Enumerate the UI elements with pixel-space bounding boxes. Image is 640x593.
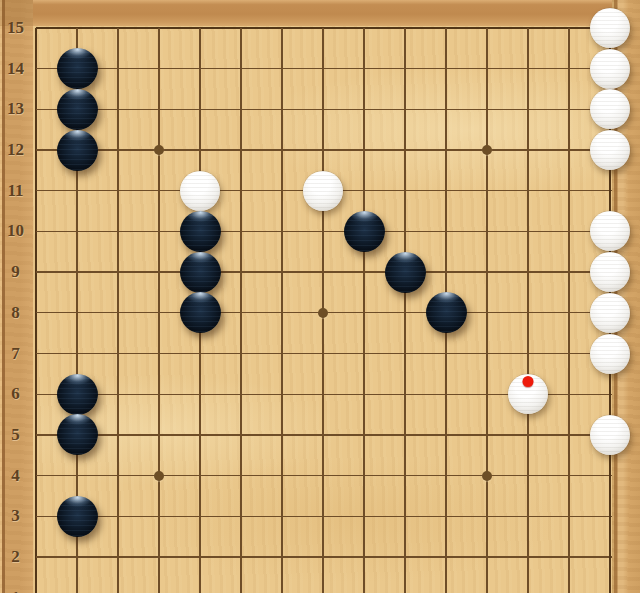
black-stone — [57, 130, 98, 171]
grid-horizontal-line — [36, 353, 612, 354]
row-label-7: 7 — [0, 344, 31, 364]
grid-horizontal-line — [36, 556, 612, 557]
row-label-6: 6 — [0, 384, 31, 404]
black-stone — [57, 374, 98, 415]
black-stone — [57, 89, 98, 130]
grid-vertical-line — [527, 28, 528, 593]
black-stone — [180, 292, 221, 333]
white-stone — [590, 130, 630, 170]
row-label-1: 1 — [0, 588, 31, 593]
black-stone — [57, 48, 98, 89]
grid-vertical-line — [281, 28, 282, 593]
white-stone — [590, 252, 630, 292]
grid-vertical-line — [35, 28, 38, 593]
grid-horizontal-line — [36, 434, 612, 435]
white-stone — [180, 171, 220, 211]
grid-vertical-line — [363, 28, 364, 593]
grid-vertical-line — [117, 28, 118, 593]
black-stone — [426, 292, 467, 333]
black-stone — [57, 496, 98, 537]
black-stone — [180, 252, 221, 293]
row-label-2: 2 — [0, 547, 31, 567]
white-stone — [590, 8, 630, 48]
star-point — [482, 145, 492, 155]
row-label-9: 9 — [0, 262, 31, 282]
grid-horizontal-line — [36, 149, 612, 150]
row-label-8: 8 — [0, 303, 31, 323]
black-stone — [344, 211, 385, 252]
row-label-4: 4 — [0, 466, 31, 486]
white-stone — [508, 374, 548, 414]
row-label-11: 11 — [0, 181, 31, 201]
white-stone — [590, 415, 630, 455]
grid-vertical-line — [404, 28, 405, 593]
white-stone — [303, 171, 343, 211]
grid-horizontal-line — [36, 271, 612, 272]
star-point — [154, 145, 164, 155]
grid-horizontal-line — [36, 231, 612, 232]
coordinate-strip — [0, 0, 33, 593]
grid-horizontal-line — [36, 516, 612, 517]
white-stone — [590, 293, 630, 333]
black-stone — [57, 414, 98, 455]
grid-horizontal-line — [36, 27, 612, 30]
star-point — [318, 308, 328, 318]
star-point — [482, 471, 492, 481]
white-stone — [590, 334, 630, 374]
row-label-12: 12 — [0, 140, 31, 160]
row-label-3: 3 — [0, 506, 31, 526]
row-label-5: 5 — [0, 425, 31, 445]
grid-vertical-line — [158, 28, 159, 593]
star-point — [154, 471, 164, 481]
row-label-10: 10 — [0, 221, 31, 241]
grid-vertical-line — [486, 28, 487, 593]
grid-vertical-line — [568, 28, 569, 593]
board-top-margin — [0, 0, 640, 26]
white-stone — [590, 49, 630, 89]
black-stone — [385, 252, 426, 293]
go-board-app: 151413121110987654321 — [0, 0, 640, 593]
grid-horizontal-line — [36, 475, 612, 476]
grid-horizontal-line — [36, 68, 612, 69]
row-label-13: 13 — [0, 99, 31, 119]
row-label-14: 14 — [0, 59, 31, 79]
grid-horizontal-line — [36, 109, 612, 110]
black-stone — [180, 211, 221, 252]
grid-vertical-line — [240, 28, 241, 593]
row-label-15: 15 — [0, 18, 31, 38]
last-move-marker — [523, 376, 534, 387]
